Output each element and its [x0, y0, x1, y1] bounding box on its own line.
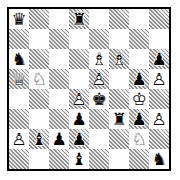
square-h7[interactable] [149, 29, 169, 49]
square-e2[interactable] [89, 129, 109, 149]
piece-white-pawn[interactable]: ♙ [149, 69, 169, 89]
square-e5[interactable]: ♟♙ [89, 69, 109, 89]
square-f3[interactable]: ♜ [109, 109, 129, 129]
square-d5[interactable] [69, 69, 89, 89]
square-d1[interactable]: ♝ [69, 149, 89, 169]
square-e6[interactable]: ♝♗ [89, 49, 109, 69]
piece-black-bishop[interactable]: ♝ [69, 149, 89, 169]
square-d4[interactable]: ♟♙ [69, 89, 89, 109]
square-g2[interactable]: ♞♘ [129, 129, 149, 149]
square-c3[interactable] [49, 109, 69, 129]
chess-board: ♛♜♞♝♗♝♗♟♛♕♞♘♟♙♟♟♙♟♙♚♚♔♟♜♟♟♙♟♙♝♟♟♞♘♝♞ [9, 9, 169, 169]
square-h1[interactable]: ♞ [149, 149, 169, 169]
piece-white-pawn[interactable]: ♙ [69, 89, 89, 109]
square-c6[interactable] [49, 49, 69, 69]
square-a2[interactable]: ♟♙ [9, 129, 29, 149]
piece-black-bishop[interactable]: ♝ [29, 129, 49, 149]
square-h8[interactable] [149, 9, 169, 29]
piece-black-queen[interactable]: ♛ [9, 9, 29, 29]
square-g6[interactable] [129, 49, 149, 69]
square-f8[interactable] [109, 9, 129, 29]
square-e1[interactable] [89, 149, 109, 169]
square-b3[interactable] [29, 109, 49, 129]
piece-black-knight[interactable]: ♞ [9, 49, 29, 69]
square-h4[interactable] [149, 89, 169, 109]
piece-white-king[interactable]: ♔ [129, 89, 149, 109]
square-g7[interactable] [129, 29, 149, 49]
square-a4[interactable] [9, 89, 29, 109]
square-a7[interactable] [9, 29, 29, 49]
piece-white-bishop[interactable]: ♗ [89, 49, 109, 69]
square-f1[interactable] [109, 149, 129, 169]
piece-black-pawn[interactable]: ♟ [129, 69, 149, 89]
square-a3[interactable] [9, 109, 29, 129]
square-e7[interactable] [89, 29, 109, 49]
piece-black-rook[interactable]: ♜ [69, 9, 89, 29]
square-a1[interactable] [9, 149, 29, 169]
square-e4[interactable]: ♚ [89, 89, 109, 109]
square-a6[interactable]: ♞ [9, 49, 29, 69]
square-d3[interactable]: ♟ [69, 109, 89, 129]
piece-white-pawn[interactable]: ♙ [9, 129, 29, 149]
square-f6[interactable]: ♝♗ [109, 49, 129, 69]
piece-black-pawn[interactable]: ♟ [149, 49, 169, 69]
piece-black-king[interactable]: ♚ [89, 89, 109, 109]
square-c5[interactable] [49, 69, 69, 89]
square-f7[interactable] [109, 29, 129, 49]
square-g4[interactable]: ♚♔ [129, 89, 149, 109]
square-b6[interactable] [29, 49, 49, 69]
square-g1[interactable] [129, 149, 149, 169]
square-h2[interactable] [149, 129, 169, 149]
square-h5[interactable]: ♟♙ [149, 69, 169, 89]
piece-white-knight[interactable]: ♘ [29, 69, 49, 89]
square-b1[interactable] [29, 149, 49, 169]
square-b5[interactable]: ♞♘ [29, 69, 49, 89]
piece-white-pawn[interactable]: ♙ [89, 69, 109, 89]
piece-white-knight[interactable]: ♘ [129, 129, 149, 149]
piece-black-rook[interactable]: ♜ [109, 109, 129, 129]
square-f2[interactable] [109, 129, 129, 149]
piece-black-pawn[interactable]: ♟ [69, 129, 89, 149]
square-c1[interactable] [49, 149, 69, 169]
square-b7[interactable] [29, 29, 49, 49]
square-b2[interactable]: ♝ [29, 129, 49, 149]
square-g5[interactable]: ♟ [129, 69, 149, 89]
square-b8[interactable] [29, 9, 49, 29]
square-d8[interactable]: ♜ [69, 9, 89, 29]
piece-black-pawn[interactable]: ♟ [129, 109, 149, 129]
square-f4[interactable] [109, 89, 129, 109]
square-a5[interactable]: ♛♕ [9, 69, 29, 89]
square-h6[interactable]: ♟ [149, 49, 169, 69]
square-e8[interactable] [89, 9, 109, 29]
square-d7[interactable] [69, 29, 89, 49]
square-b4[interactable] [29, 89, 49, 109]
square-g3[interactable]: ♟ [129, 109, 149, 129]
chess-board-frame: ♛♜♞♝♗♝♗♟♛♕♞♘♟♙♟♟♙♟♙♚♚♔♟♜♟♟♙♟♙♝♟♟♞♘♝♞ [7, 7, 171, 171]
square-c8[interactable] [49, 9, 69, 29]
square-d2[interactable]: ♟ [69, 129, 89, 149]
square-f5[interactable] [109, 69, 129, 89]
piece-black-knight[interactable]: ♞ [149, 149, 169, 169]
piece-white-queen[interactable]: ♕ [9, 69, 29, 89]
square-c7[interactable] [49, 29, 69, 49]
piece-white-bishop[interactable]: ♗ [109, 49, 129, 69]
square-g8[interactable] [129, 9, 149, 29]
square-c4[interactable] [49, 89, 69, 109]
square-a8[interactable]: ♛ [9, 9, 29, 29]
piece-black-pawn[interactable]: ♟ [49, 129, 69, 149]
square-e3[interactable] [89, 109, 109, 129]
piece-black-pawn[interactable]: ♟ [69, 109, 89, 129]
square-h3[interactable]: ♟♙ [149, 109, 169, 129]
square-c2[interactable]: ♟ [49, 129, 69, 149]
piece-white-pawn[interactable]: ♙ [149, 109, 169, 129]
square-d6[interactable] [69, 49, 89, 69]
